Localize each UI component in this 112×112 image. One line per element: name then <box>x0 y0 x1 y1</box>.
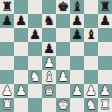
square-b4[interactable] <box>14 56 28 70</box>
square-a4[interactable] <box>0 56 14 70</box>
square-g1[interactable]: ♞ <box>84 98 98 112</box>
square-f3[interactable] <box>70 70 84 84</box>
white-king: ♚ <box>57 98 69 112</box>
square-g4[interactable] <box>84 56 98 70</box>
white-queen: ♛ <box>43 84 55 98</box>
black-pawn: ♟ <box>99 14 111 28</box>
white-bishop: ♝ <box>43 70 55 84</box>
square-c4[interactable] <box>28 56 42 70</box>
white-rook: ♜ <box>1 98 13 112</box>
square-e5[interactable] <box>56 42 70 56</box>
square-h4[interactable] <box>98 56 112 70</box>
square-h5[interactable] <box>98 42 112 56</box>
square-h6[interactable] <box>98 28 112 42</box>
square-f1[interactable] <box>70 98 84 112</box>
square-a5[interactable] <box>0 42 14 56</box>
square-e7[interactable] <box>56 14 70 28</box>
black-pawn: ♟ <box>1 14 13 28</box>
square-h2[interactable]: ♟ <box>98 84 112 98</box>
white-pawn: ♟ <box>57 70 69 84</box>
black-bishop: ♝ <box>71 0 83 14</box>
square-e6[interactable] <box>56 28 70 42</box>
square-h3[interactable] <box>98 70 112 84</box>
white-pawn: ♟ <box>1 84 13 98</box>
square-d8[interactable] <box>42 0 56 14</box>
square-e1[interactable]: ♚ <box>56 98 70 112</box>
square-d4[interactable]: ♟ <box>42 56 56 70</box>
square-d6[interactable] <box>42 28 56 42</box>
square-e4[interactable] <box>56 56 70 70</box>
white-knight: ♞ <box>29 70 41 84</box>
square-h1[interactable]: ♜ <box>98 98 112 112</box>
square-a1[interactable]: ♜ <box>0 98 14 112</box>
square-a3[interactable] <box>0 70 14 84</box>
black-rook: ♜ <box>99 0 111 14</box>
square-a8[interactable]: ♜ <box>0 0 14 14</box>
square-h8[interactable]: ♜ <box>98 0 112 14</box>
square-f8[interactable]: ♝ <box>70 0 84 14</box>
square-c5[interactable] <box>28 42 42 56</box>
square-a6[interactable] <box>0 28 14 42</box>
black-pawn: ♟ <box>71 28 83 42</box>
square-b7[interactable]: ♟ <box>14 14 28 28</box>
square-c1[interactable] <box>28 98 42 112</box>
white-pawn: ♟ <box>71 84 83 98</box>
black-pawn: ♟ <box>15 14 27 28</box>
white-pawn: ♟ <box>43 56 55 70</box>
square-g7[interactable] <box>84 14 98 28</box>
square-e8[interactable]: ♚ <box>56 0 70 14</box>
square-d5[interactable]: ♟ <box>42 42 56 56</box>
white-rook: ♜ <box>99 98 111 112</box>
square-c7[interactable] <box>28 14 42 28</box>
square-g6[interactable]: ♝ <box>84 28 98 42</box>
square-c3[interactable]: ♞ <box>28 70 42 84</box>
square-b2[interactable]: ♟ <box>14 84 28 98</box>
square-g8[interactable] <box>84 0 98 14</box>
square-e3[interactable]: ♟ <box>56 70 70 84</box>
square-f7[interactable]: ♟ <box>70 14 84 28</box>
square-f5[interactable] <box>70 42 84 56</box>
square-b6[interactable] <box>14 28 28 42</box>
square-c6[interactable]: ♟ <box>28 28 42 42</box>
white-knight: ♞ <box>85 98 97 112</box>
black-pawn: ♟ <box>71 14 83 28</box>
black-pawn: ♟ <box>43 42 55 56</box>
square-b5[interactable] <box>14 42 28 56</box>
square-f6[interactable]: ♟ <box>70 28 84 42</box>
chess-board: ♜♚♝♜♟♟♞♟♟♟♟♝♟♟♞♝♟♟♟♛♟♟♟♜♚♞♜ <box>0 0 112 112</box>
square-f2[interactable]: ♟ <box>70 84 84 98</box>
square-e2[interactable] <box>56 84 70 98</box>
black-knight: ♞ <box>43 14 55 28</box>
square-b3[interactable] <box>14 70 28 84</box>
square-c8[interactable] <box>28 0 42 14</box>
white-pawn: ♟ <box>85 84 97 98</box>
square-c2[interactable] <box>28 84 42 98</box>
square-a7[interactable]: ♟ <box>0 14 14 28</box>
square-g2[interactable]: ♟ <box>84 84 98 98</box>
square-b1[interactable] <box>14 98 28 112</box>
square-a2[interactable]: ♟ <box>0 84 14 98</box>
white-pawn: ♟ <box>99 84 111 98</box>
white-pawn: ♟ <box>15 84 27 98</box>
square-d7[interactable]: ♞ <box>42 14 56 28</box>
square-h7[interactable]: ♟ <box>98 14 112 28</box>
black-bishop: ♝ <box>85 28 97 42</box>
square-b8[interactable] <box>14 0 28 14</box>
square-d2[interactable]: ♛ <box>42 84 56 98</box>
black-rook: ♜ <box>1 0 13 14</box>
black-pawn: ♟ <box>29 28 41 42</box>
square-f4[interactable] <box>70 56 84 70</box>
square-d3[interactable]: ♝ <box>42 70 56 84</box>
square-d1[interactable] <box>42 98 56 112</box>
black-king: ♚ <box>57 0 69 14</box>
square-g5[interactable] <box>84 42 98 56</box>
square-g3[interactable] <box>84 70 98 84</box>
